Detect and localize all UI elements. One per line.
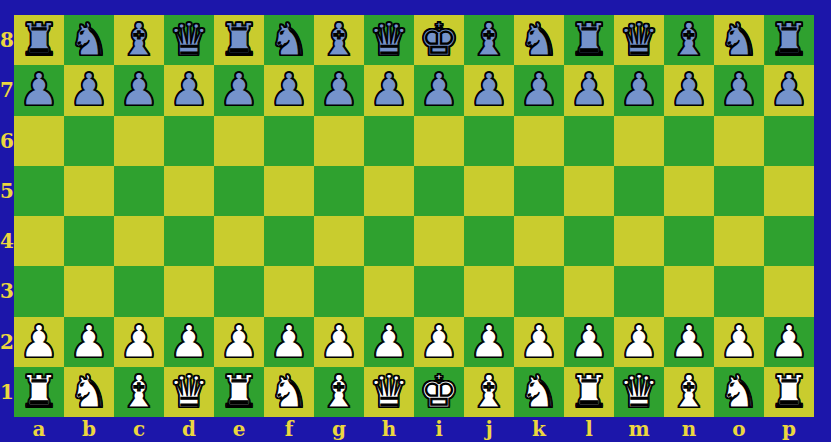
square-j6[interactable] [464, 116, 514, 166]
square-f3[interactable] [264, 266, 314, 316]
white-pawn[interactable]: ♟ [719, 317, 759, 367]
white-pawn[interactable]: ♟ [169, 317, 209, 367]
square-k1[interactable]: ♞ [514, 367, 564, 417]
black-pawn[interactable]: ♟ [669, 65, 709, 115]
square-a4[interactable] [14, 216, 64, 266]
square-b7[interactable]: ♟ [64, 65, 114, 115]
square-j1[interactable]: ♝ [464, 367, 514, 417]
square-p3[interactable] [764, 266, 814, 316]
square-l6[interactable] [564, 116, 614, 166]
square-m6[interactable] [614, 116, 664, 166]
black-rook[interactable]: ♜ [19, 15, 59, 65]
square-b8[interactable]: ♞ [64, 15, 114, 65]
square-o5[interactable] [714, 166, 764, 216]
square-j2[interactable]: ♟ [464, 317, 514, 367]
square-o4[interactable] [714, 216, 764, 266]
square-b1[interactable]: ♞ [64, 367, 114, 417]
square-k6[interactable] [514, 116, 564, 166]
white-pawn[interactable]: ♟ [419, 317, 459, 367]
rank-label-2: 2 [0, 317, 14, 367]
square-b5[interactable] [64, 166, 114, 216]
file-label-l: l [564, 415, 614, 442]
square-m5[interactable] [614, 166, 664, 216]
square-o7[interactable]: ♟ [714, 65, 764, 115]
black-king[interactable]: ♚ [419, 15, 459, 65]
white-bishop[interactable]: ♝ [669, 367, 709, 417]
square-i4[interactable] [414, 216, 464, 266]
black-queen[interactable]: ♛ [619, 15, 659, 65]
square-f4[interactable] [264, 216, 314, 266]
black-pawn[interactable]: ♟ [719, 65, 759, 115]
square-d1[interactable]: ♛ [164, 367, 214, 417]
square-a1[interactable]: ♜ [14, 367, 64, 417]
square-n7[interactable]: ♟ [664, 65, 714, 115]
black-queen[interactable]: ♛ [169, 15, 209, 65]
black-pawn[interactable]: ♟ [319, 65, 359, 115]
white-king[interactable]: ♚ [419, 367, 459, 417]
board: ♜♞♝♛♜♞♝♛♚♝♞♜♛♝♞♜♟♟♟♟♟♟♟♟♟♟♟♟♟♟♟♟♟♟♟♟♟♟♟♟… [14, 15, 814, 417]
square-c5[interactable] [114, 166, 164, 216]
square-m8[interactable]: ♛ [614, 15, 664, 65]
square-e3[interactable] [214, 266, 264, 316]
square-j4[interactable] [464, 216, 514, 266]
square-n3[interactable] [664, 266, 714, 316]
file-label-k: k [514, 415, 564, 442]
rank-label-4: 4 [0, 216, 14, 266]
white-pawn[interactable]: ♟ [19, 317, 59, 367]
black-pawn[interactable]: ♟ [469, 65, 509, 115]
square-o2[interactable]: ♟ [714, 317, 764, 367]
black-pawn[interactable]: ♟ [519, 65, 559, 115]
file-label-o: o [714, 415, 764, 442]
square-o8[interactable]: ♞ [714, 15, 764, 65]
square-m7[interactable]: ♟ [614, 65, 664, 115]
square-n8[interactable]: ♝ [664, 15, 714, 65]
file-label-j: j [464, 415, 514, 442]
square-j8[interactable]: ♝ [464, 15, 514, 65]
square-p7[interactable]: ♟ [764, 65, 814, 115]
square-h2[interactable]: ♟ [364, 317, 414, 367]
white-pawn[interactable]: ♟ [319, 317, 359, 367]
square-i7[interactable]: ♟ [414, 65, 464, 115]
black-bishop[interactable]: ♝ [669, 15, 709, 65]
square-o1[interactable]: ♞ [714, 367, 764, 417]
rank-label-7: 7 [0, 65, 14, 115]
square-l2[interactable]: ♟ [564, 317, 614, 367]
black-knight[interactable]: ♞ [269, 15, 309, 65]
square-d6[interactable] [164, 116, 214, 166]
black-pawn[interactable]: ♟ [769, 65, 809, 115]
white-rook[interactable]: ♜ [769, 367, 809, 417]
square-i1[interactable]: ♚ [414, 367, 464, 417]
white-queen[interactable]: ♛ [369, 367, 409, 417]
square-a6[interactable] [14, 116, 64, 166]
black-bishop[interactable]: ♝ [469, 15, 509, 65]
black-knight[interactable]: ♞ [69, 15, 109, 65]
square-i2[interactable]: ♟ [414, 317, 464, 367]
rank-label-8: 8 [0, 15, 14, 65]
rank-label-5: 5 [0, 166, 14, 216]
file-label-i: i [414, 415, 464, 442]
file-label-f: f [264, 415, 314, 442]
square-i3[interactable] [414, 266, 464, 316]
black-rook[interactable]: ♜ [219, 15, 259, 65]
white-pawn[interactable]: ♟ [669, 317, 709, 367]
square-n5[interactable] [664, 166, 714, 216]
square-a5[interactable] [14, 166, 64, 216]
white-pawn[interactable]: ♟ [619, 317, 659, 367]
square-f7[interactable]: ♟ [264, 65, 314, 115]
rank-label-6: 6 [0, 116, 14, 166]
square-n6[interactable] [664, 116, 714, 166]
square-c8[interactable]: ♝ [114, 15, 164, 65]
square-e2[interactable]: ♟ [214, 317, 264, 367]
square-f1[interactable]: ♞ [264, 367, 314, 417]
square-k4[interactable] [514, 216, 564, 266]
file-label-e: e [214, 415, 264, 442]
square-g3[interactable] [314, 266, 364, 316]
square-h4[interactable] [364, 216, 414, 266]
white-bishop[interactable]: ♝ [119, 367, 159, 417]
white-pawn[interactable]: ♟ [119, 317, 159, 367]
white-pawn[interactable]: ♟ [469, 317, 509, 367]
black-bishop[interactable]: ♝ [319, 15, 359, 65]
black-pawn[interactable]: ♟ [419, 65, 459, 115]
square-l5[interactable] [564, 166, 614, 216]
square-h8[interactable]: ♛ [364, 15, 414, 65]
square-b3[interactable] [64, 266, 114, 316]
white-knight[interactable]: ♞ [269, 367, 309, 417]
white-queen[interactable]: ♛ [169, 367, 209, 417]
square-k3[interactable] [514, 266, 564, 316]
square-m4[interactable] [614, 216, 664, 266]
square-i5[interactable] [414, 166, 464, 216]
white-pawn[interactable]: ♟ [219, 317, 259, 367]
file-label-p: p [764, 415, 814, 442]
square-e8[interactable]: ♜ [214, 15, 264, 65]
square-k7[interactable]: ♟ [514, 65, 564, 115]
white-rook[interactable]: ♜ [219, 367, 259, 417]
square-h1[interactable]: ♛ [364, 367, 414, 417]
white-knight[interactable]: ♞ [519, 367, 559, 417]
square-p1[interactable]: ♜ [764, 367, 814, 417]
square-l7[interactable]: ♟ [564, 65, 614, 115]
white-bishop[interactable]: ♝ [319, 367, 359, 417]
file-label-m: m [614, 415, 664, 442]
file-label-h: h [364, 415, 414, 442]
square-a3[interactable] [14, 266, 64, 316]
square-p6[interactable] [764, 116, 814, 166]
square-f5[interactable] [264, 166, 314, 216]
square-a8[interactable]: ♜ [14, 15, 64, 65]
white-bishop[interactable]: ♝ [469, 367, 509, 417]
black-pawn[interactable]: ♟ [269, 65, 309, 115]
square-e7[interactable]: ♟ [214, 65, 264, 115]
rank-labels: 87654321 [0, 15, 14, 417]
white-rook[interactable]: ♜ [569, 367, 609, 417]
file-label-n: n [664, 415, 714, 442]
rank-label-1: 1 [0, 367, 14, 417]
square-o6[interactable] [714, 116, 764, 166]
black-bishop[interactable]: ♝ [119, 15, 159, 65]
square-n4[interactable] [664, 216, 714, 266]
square-m2[interactable]: ♟ [614, 317, 664, 367]
square-f6[interactable] [264, 116, 314, 166]
square-p5[interactable] [764, 166, 814, 216]
square-m1[interactable]: ♛ [614, 367, 664, 417]
file-label-a: a [14, 415, 64, 442]
file-label-g: g [314, 415, 364, 442]
square-d7[interactable]: ♟ [164, 65, 214, 115]
black-pawn[interactable]: ♟ [69, 65, 109, 115]
square-n1[interactable]: ♝ [664, 367, 714, 417]
black-knight[interactable]: ♞ [719, 15, 759, 65]
white-queen[interactable]: ♛ [619, 367, 659, 417]
square-b4[interactable] [64, 216, 114, 266]
square-e1[interactable]: ♜ [214, 367, 264, 417]
black-rook[interactable]: ♜ [769, 15, 809, 65]
square-h6[interactable] [364, 116, 414, 166]
black-queen[interactable]: ♛ [369, 15, 409, 65]
white-knight[interactable]: ♞ [69, 367, 109, 417]
square-f8[interactable]: ♞ [264, 15, 314, 65]
square-d8[interactable]: ♛ [164, 15, 214, 65]
square-l3[interactable] [564, 266, 614, 316]
white-pawn[interactable]: ♟ [769, 317, 809, 367]
square-p8[interactable]: ♜ [764, 15, 814, 65]
square-c7[interactable]: ♟ [114, 65, 164, 115]
square-c4[interactable] [114, 216, 164, 266]
square-d2[interactable]: ♟ [164, 317, 214, 367]
square-h5[interactable] [364, 166, 414, 216]
black-knight[interactable]: ♞ [519, 15, 559, 65]
square-i8[interactable]: ♚ [414, 15, 464, 65]
square-d5[interactable] [164, 166, 214, 216]
square-g1[interactable]: ♝ [314, 367, 364, 417]
file-label-b: b [64, 415, 114, 442]
file-label-c: c [114, 415, 164, 442]
file-labels: abcdefghijklmnop [14, 415, 814, 442]
square-a2[interactable]: ♟ [14, 317, 64, 367]
black-pawn[interactable]: ♟ [369, 65, 409, 115]
square-g5[interactable] [314, 166, 364, 216]
square-l8[interactable]: ♜ [564, 15, 614, 65]
white-pawn[interactable]: ♟ [519, 317, 559, 367]
square-d3[interactable] [164, 266, 214, 316]
chessboard-frame: 87654321 ♜♞♝♛♜♞♝♛♚♝♞♜♛♝♞♜♟♟♟♟♟♟♟♟♟♟♟♟♟♟♟… [0, 0, 831, 442]
square-d4[interactable] [164, 216, 214, 266]
square-a7[interactable]: ♟ [14, 65, 64, 115]
square-p4[interactable] [764, 216, 814, 266]
square-e5[interactable] [214, 166, 264, 216]
black-pawn[interactable]: ♟ [219, 65, 259, 115]
rank-label-3: 3 [0, 266, 14, 316]
square-f2[interactable]: ♟ [264, 317, 314, 367]
square-e6[interactable] [214, 116, 264, 166]
square-j5[interactable] [464, 166, 514, 216]
white-pawn[interactable]: ♟ [569, 317, 609, 367]
square-c1[interactable]: ♝ [114, 367, 164, 417]
square-j3[interactable] [464, 266, 514, 316]
white-pawn[interactable]: ♟ [369, 317, 409, 367]
white-rook[interactable]: ♜ [19, 367, 59, 417]
square-c3[interactable] [114, 266, 164, 316]
black-pawn[interactable]: ♟ [569, 65, 609, 115]
white-knight[interactable]: ♞ [719, 367, 759, 417]
square-h7[interactable]: ♟ [364, 65, 414, 115]
square-k2[interactable]: ♟ [514, 317, 564, 367]
black-pawn[interactable]: ♟ [169, 65, 209, 115]
square-m3[interactable] [614, 266, 664, 316]
square-b2[interactable]: ♟ [64, 317, 114, 367]
square-k5[interactable] [514, 166, 564, 216]
white-pawn[interactable]: ♟ [269, 317, 309, 367]
square-c2[interactable]: ♟ [114, 317, 164, 367]
square-g4[interactable] [314, 216, 364, 266]
square-n2[interactable]: ♟ [664, 317, 714, 367]
black-rook[interactable]: ♜ [569, 15, 609, 65]
square-l4[interactable] [564, 216, 614, 266]
square-b6[interactable] [64, 116, 114, 166]
square-j7[interactable]: ♟ [464, 65, 514, 115]
square-g8[interactable]: ♝ [314, 15, 364, 65]
square-i6[interactable] [414, 116, 464, 166]
square-o3[interactable] [714, 266, 764, 316]
square-g2[interactable]: ♟ [314, 317, 364, 367]
square-g6[interactable] [314, 116, 364, 166]
square-p2[interactable]: ♟ [764, 317, 814, 367]
square-h3[interactable] [364, 266, 414, 316]
black-pawn[interactable]: ♟ [19, 65, 59, 115]
square-k8[interactable]: ♞ [514, 15, 564, 65]
square-c6[interactable] [114, 116, 164, 166]
square-g7[interactable]: ♟ [314, 65, 364, 115]
black-pawn[interactable]: ♟ [119, 65, 159, 115]
white-pawn[interactable]: ♟ [69, 317, 109, 367]
black-pawn[interactable]: ♟ [619, 65, 659, 115]
square-l1[interactable]: ♜ [564, 367, 614, 417]
file-label-d: d [164, 415, 214, 442]
square-e4[interactable] [214, 216, 264, 266]
